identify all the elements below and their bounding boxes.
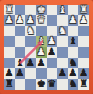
square-f3[interactable]: ♞ bbox=[25, 26, 36, 37]
piece-black-rook[interactable]: ♜ bbox=[78, 79, 89, 90]
square-h8[interactable]: ♜ bbox=[4, 79, 15, 90]
piece-white-rook[interactable]: ♜ bbox=[78, 5, 89, 16]
square-c4[interactable] bbox=[57, 36, 68, 47]
square-f2[interactable]: ♟ bbox=[25, 15, 36, 26]
piece-white-pawn[interactable]: ♟ bbox=[47, 36, 58, 47]
square-b7[interactable]: ♟ bbox=[68, 68, 79, 79]
piece-white-pawn[interactable]: ♟ bbox=[25, 15, 36, 26]
square-e8[interactable]: ♚ bbox=[36, 79, 47, 90]
square-f6[interactable]: ♟ bbox=[25, 58, 36, 69]
square-a2[interactable]: ♟ bbox=[78, 15, 89, 26]
square-b8[interactable]: ♞ bbox=[68, 79, 79, 90]
square-e7[interactable] bbox=[36, 68, 47, 79]
square-d7[interactable] bbox=[47, 68, 58, 79]
square-b2[interactable]: ♟ bbox=[68, 15, 79, 26]
square-h2[interactable]: ♟ bbox=[4, 15, 15, 26]
piece-black-pawn[interactable]: ♟ bbox=[25, 58, 36, 69]
square-a1[interactable]: ♜ bbox=[78, 5, 89, 16]
piece-black-king[interactable]: ♚ bbox=[36, 79, 47, 90]
piece-white-rook[interactable]: ♜ bbox=[4, 5, 15, 16]
square-a5[interactable] bbox=[78, 47, 89, 58]
square-e6[interactable]: ♟ bbox=[36, 58, 47, 69]
piece-black-pawn[interactable]: ♟ bbox=[4, 68, 15, 79]
piece-black-rook[interactable]: ♜ bbox=[4, 79, 15, 90]
square-h5[interactable] bbox=[4, 47, 15, 58]
square-b1[interactable] bbox=[68, 5, 79, 16]
square-b5[interactable] bbox=[68, 47, 79, 58]
square-d3[interactable] bbox=[47, 26, 58, 37]
square-h7[interactable]: ♟ bbox=[4, 68, 15, 79]
square-e4[interactable]: ♝ bbox=[36, 36, 47, 47]
square-e5[interactable]: ♟ bbox=[36, 47, 47, 58]
piece-white-pawn[interactable]: ♟ bbox=[78, 15, 89, 26]
piece-black-pawn[interactable]: ♟ bbox=[36, 58, 47, 69]
square-c8[interactable] bbox=[57, 79, 68, 90]
piece-black-queen[interactable]: ♛ bbox=[47, 79, 58, 90]
piece-black-bishop[interactable]: ♝ bbox=[15, 58, 26, 69]
square-h4[interactable] bbox=[4, 36, 15, 47]
square-d2[interactable] bbox=[47, 15, 58, 26]
square-g4[interactable] bbox=[15, 36, 26, 47]
square-c2[interactable] bbox=[57, 15, 68, 26]
square-f1[interactable] bbox=[25, 5, 36, 16]
square-f5[interactable] bbox=[25, 47, 36, 58]
square-f8[interactable] bbox=[25, 79, 36, 90]
square-b4[interactable]: ♝ bbox=[68, 36, 79, 47]
square-g7[interactable]: ♟ bbox=[15, 68, 26, 79]
piece-black-knight[interactable]: ♞ bbox=[68, 79, 79, 90]
square-h3[interactable] bbox=[4, 26, 15, 37]
square-f7[interactable] bbox=[25, 68, 36, 79]
piece-white-knight[interactable]: ♞ bbox=[57, 26, 68, 37]
square-c7[interactable]: ♟ bbox=[57, 68, 68, 79]
square-d8[interactable]: ♛ bbox=[47, 79, 58, 90]
square-e3[interactable] bbox=[36, 26, 47, 37]
square-a7[interactable]: ♟ bbox=[78, 68, 89, 79]
square-d6[interactable] bbox=[47, 58, 58, 69]
square-g2[interactable]: ♟ bbox=[15, 15, 26, 26]
square-a8[interactable]: ♜ bbox=[78, 79, 89, 90]
chess-board-container: ♜♚♝♜♟♟♟♛♟♟♞♞♝♟♝♟♟♝♟♟♞♟♟♟♟♟♜♚♛♞♜ bbox=[4, 5, 89, 90]
square-d1[interactable] bbox=[47, 5, 58, 16]
piece-white-pawn[interactable]: ♟ bbox=[4, 15, 15, 26]
square-e2[interactable]: ♛ bbox=[36, 15, 47, 26]
square-d5[interactable]: ♟ bbox=[47, 47, 58, 58]
piece-black-pawn[interactable]: ♟ bbox=[78, 68, 89, 79]
square-b6[interactable]: ♞ bbox=[68, 58, 79, 69]
square-a3[interactable] bbox=[78, 26, 89, 37]
board-frame: ♜♚♝♜♟♟♟♛♟♟♞♞♝♟♝♟♟♝♟♟♞♟♟♟♟♟♜♚♛♞♜ bbox=[0, 0, 93, 94]
piece-black-pawn[interactable]: ♟ bbox=[47, 47, 58, 58]
piece-white-king[interactable]: ♚ bbox=[36, 5, 47, 16]
piece-black-bishop[interactable]: ♝ bbox=[68, 36, 79, 47]
chess-board[interactable]: ♜♚♝♜♟♟♟♛♟♟♞♞♝♟♝♟♟♝♟♟♞♟♟♟♟♟♜♚♛♞♜ bbox=[4, 5, 89, 90]
square-c1[interactable]: ♝ bbox=[57, 5, 68, 16]
piece-black-pawn[interactable]: ♟ bbox=[15, 68, 26, 79]
square-e1[interactable]: ♚ bbox=[36, 5, 47, 16]
piece-white-pawn[interactable]: ♟ bbox=[15, 15, 26, 26]
square-g6[interactable]: ♝ bbox=[15, 58, 26, 69]
square-g8[interactable] bbox=[15, 79, 26, 90]
piece-white-pawn[interactable]: ♟ bbox=[36, 47, 47, 58]
piece-white-queen[interactable]: ♛ bbox=[36, 15, 47, 26]
square-c3[interactable]: ♞ bbox=[57, 26, 68, 37]
piece-white-knight[interactable]: ♞ bbox=[25, 26, 36, 37]
square-g5[interactable] bbox=[15, 47, 26, 58]
square-a6[interactable] bbox=[78, 58, 89, 69]
square-g1[interactable] bbox=[15, 5, 26, 16]
piece-white-pawn[interactable]: ♟ bbox=[68, 15, 79, 26]
square-d4[interactable]: ♟ bbox=[47, 36, 58, 47]
square-f4[interactable] bbox=[25, 36, 36, 47]
square-a4[interactable] bbox=[78, 36, 89, 47]
square-c5[interactable] bbox=[57, 47, 68, 58]
square-g3[interactable] bbox=[15, 26, 26, 37]
square-h6[interactable] bbox=[4, 58, 15, 69]
piece-black-knight[interactable]: ♞ bbox=[68, 58, 79, 69]
piece-white-bishop[interactable]: ♝ bbox=[36, 36, 47, 47]
piece-black-pawn[interactable]: ♟ bbox=[68, 68, 79, 79]
piece-white-bishop[interactable]: ♝ bbox=[57, 5, 68, 16]
square-b3[interactable] bbox=[68, 26, 79, 37]
square-h1[interactable]: ♜ bbox=[4, 5, 15, 16]
piece-black-pawn[interactable]: ♟ bbox=[57, 68, 68, 79]
square-c6[interactable] bbox=[57, 58, 68, 69]
